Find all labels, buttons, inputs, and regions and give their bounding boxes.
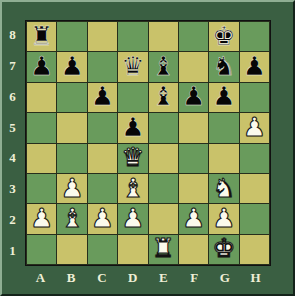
square-d3[interactable]: ♝ [118, 174, 147, 203]
square-b7[interactable]: ♟ [57, 52, 86, 81]
rank-label-4: 4 [2, 143, 23, 174]
piece-black-king-icon: ♚ [212, 23, 235, 49]
square-e1[interactable]: ♜ [149, 235, 178, 264]
file-label-c: C [87, 270, 118, 286]
piece-white-pawn-icon: ♟ [91, 205, 114, 231]
square-g1[interactable]: ♚ [209, 235, 238, 264]
piece-black-rook-icon: ♜ [30, 23, 53, 49]
square-f2[interactable]: ♟ [179, 204, 208, 233]
square-g3[interactable]: ♞ [209, 174, 238, 203]
piece-black-pawn-icon: ♟ [182, 83, 205, 109]
square-b5[interactable] [57, 113, 86, 142]
piece-white-king-icon: ♚ [212, 235, 235, 261]
square-c6[interactable]: ♟ [88, 83, 117, 112]
square-g2[interactable]: ♟ [209, 204, 238, 233]
piece-white-pawn-icon: ♟ [212, 205, 235, 231]
board: ♜♚♟♟♛♝♞♟♟♝♟♟♟♟♛♟♝♞♟♝♟♟♟♟♜♚ [25, 20, 271, 266]
rank-label-2: 2 [2, 205, 23, 236]
piece-white-pawn-icon: ♟ [60, 175, 83, 201]
square-f4[interactable] [179, 144, 208, 173]
square-a8[interactable]: ♜ [27, 22, 56, 51]
square-h5[interactable]: ♟ [240, 113, 269, 142]
file-label-a: A [25, 270, 56, 286]
square-b6[interactable] [57, 83, 86, 112]
square-d7[interactable]: ♛ [118, 52, 147, 81]
square-d6[interactable] [118, 83, 147, 112]
square-g8[interactable]: ♚ [209, 22, 238, 51]
piece-black-pawn-icon: ♟ [91, 83, 114, 109]
piece-black-pawn-icon: ♟ [30, 53, 53, 79]
square-c5[interactable] [88, 113, 117, 142]
rank-label-6: 6 [2, 82, 23, 113]
square-b1[interactable] [57, 235, 86, 264]
piece-white-pawn-icon: ♟ [30, 205, 53, 231]
file-label-e: E [148, 270, 179, 286]
square-d2[interactable]: ♟ [118, 204, 147, 233]
square-e5[interactable] [149, 113, 178, 142]
square-h6[interactable] [240, 83, 269, 112]
piece-black-knight-icon: ♞ [212, 53, 235, 79]
square-g6[interactable]: ♟ [209, 83, 238, 112]
square-d4[interactable]: ♛ [118, 144, 147, 173]
square-e3[interactable] [149, 174, 178, 203]
square-e6[interactable]: ♝ [149, 83, 178, 112]
square-f8[interactable] [179, 22, 208, 51]
square-f6[interactable]: ♟ [179, 83, 208, 112]
square-a7[interactable]: ♟ [27, 52, 56, 81]
piece-white-pawn-icon: ♟ [121, 205, 144, 231]
square-f1[interactable] [179, 235, 208, 264]
square-f3[interactable] [179, 174, 208, 203]
square-h8[interactable] [240, 22, 269, 51]
rank-labels: 87654321 [2, 20, 25, 266]
square-a6[interactable] [27, 83, 56, 112]
piece-white-rook-icon: ♜ [152, 235, 175, 261]
square-g7[interactable]: ♞ [209, 52, 238, 81]
square-c4[interactable] [88, 144, 117, 173]
square-d1[interactable] [118, 235, 147, 264]
file-label-b: B [56, 270, 87, 286]
square-a3[interactable] [27, 174, 56, 203]
piece-white-knight-icon: ♞ [212, 175, 235, 201]
rank-label-3: 3 [2, 174, 23, 205]
piece-black-bishop-icon: ♝ [152, 83, 175, 109]
piece-white-bishop-icon: ♝ [60, 205, 83, 231]
square-c1[interactable] [88, 235, 117, 264]
piece-white-bishop-icon: ♝ [121, 175, 144, 201]
square-g5[interactable] [209, 113, 238, 142]
piece-black-pawn-icon: ♟ [121, 114, 144, 140]
square-e4[interactable] [149, 144, 178, 173]
piece-black-queen-icon: ♛ [121, 53, 144, 79]
square-c8[interactable] [88, 22, 117, 51]
piece-white-pawn-icon: ♟ [182, 205, 205, 231]
square-e8[interactable] [149, 22, 178, 51]
file-label-g: G [210, 270, 241, 286]
square-h3[interactable] [240, 174, 269, 203]
square-b2[interactable]: ♝ [57, 204, 86, 233]
square-b4[interactable] [57, 144, 86, 173]
piece-black-pawn-icon: ♟ [212, 83, 235, 109]
square-h2[interactable] [240, 204, 269, 233]
piece-black-bishop-icon: ♝ [152, 53, 175, 79]
square-c2[interactable]: ♟ [88, 204, 117, 233]
square-a4[interactable] [27, 144, 56, 173]
square-c7[interactable] [88, 52, 117, 81]
square-a1[interactable] [27, 235, 56, 264]
rank-label-8: 8 [2, 20, 23, 51]
square-h1[interactable] [240, 235, 269, 264]
square-h4[interactable] [240, 144, 269, 173]
rank-label-1: 1 [2, 235, 23, 266]
square-a5[interactable] [27, 113, 56, 142]
piece-black-pawn-icon: ♟ [243, 53, 266, 79]
piece-white-queen-icon: ♛ [121, 144, 144, 170]
rank-label-5: 5 [2, 112, 23, 143]
square-d5[interactable]: ♟ [118, 113, 147, 142]
square-a2[interactable]: ♟ [27, 204, 56, 233]
square-e7[interactable]: ♝ [149, 52, 178, 81]
rank-label-7: 7 [2, 51, 23, 82]
file-labels: ABCDEFGH [25, 268, 271, 292]
chess-diagram: 87654321 ♜♚♟♟♛♝♞♟♟♝♟♟♟♟♛♟♝♞♟♝♟♟♟♟♜♚ ABCD… [0, 0, 295, 296]
square-d8[interactable] [118, 22, 147, 51]
piece-black-pawn-icon: ♟ [60, 53, 83, 79]
square-f7[interactable] [179, 52, 208, 81]
file-label-d: D [117, 270, 148, 286]
square-g4[interactable] [209, 144, 238, 173]
square-c3[interactable] [88, 174, 117, 203]
piece-white-pawn-icon: ♟ [243, 114, 266, 140]
square-b8[interactable] [57, 22, 86, 51]
file-label-f: F [179, 270, 210, 286]
square-b3[interactable]: ♟ [57, 174, 86, 203]
square-h7[interactable]: ♟ [240, 52, 269, 81]
file-label-h: H [240, 270, 271, 286]
square-f5[interactable] [179, 113, 208, 142]
square-e2[interactable] [149, 204, 178, 233]
